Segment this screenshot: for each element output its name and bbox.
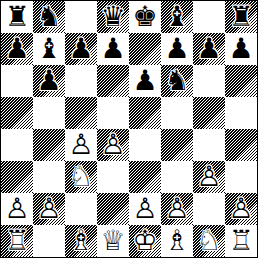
square-f1[interactable]: ♝♗ <box>161 225 193 257</box>
square-a8[interactable]: ♜♜ <box>1 1 33 33</box>
chess-board: ♜♜♞♞♛♛♚♚♝♝♜♜♟♟♝♝♟♟♟♟♟♟♟♟♟♟♟♟♟♟♞♞♟♙♟♙♞♘♟♙… <box>0 0 258 258</box>
white-king-icon: ♚♔ <box>129 225 161 257</box>
square-b4[interactable] <box>33 129 65 161</box>
square-a2[interactable]: ♟♙ <box>1 193 33 225</box>
black-pawn-icon: ♟♟ <box>97 33 129 65</box>
black-pawn-icon: ♟♟ <box>1 33 33 65</box>
square-f5[interactable] <box>161 97 193 129</box>
square-h1[interactable]: ♜♖ <box>225 225 257 257</box>
square-a3[interactable] <box>1 161 33 193</box>
black-bishop-icon: ♝♝ <box>161 1 193 33</box>
square-h7[interactable]: ♟♟ <box>225 33 257 65</box>
white-pawn-icon: ♟♙ <box>65 129 97 161</box>
black-rook-icon: ♜♜ <box>225 1 257 33</box>
square-a5[interactable] <box>1 97 33 129</box>
white-bishop-icon: ♝♗ <box>161 225 193 257</box>
white-pawn-icon: ♟♙ <box>129 193 161 225</box>
black-queen-icon: ♛♛ <box>97 1 129 33</box>
square-e6[interactable]: ♟♟ <box>129 65 161 97</box>
white-knight-icon: ♞♘ <box>193 225 225 257</box>
square-f8[interactable]: ♝♝ <box>161 1 193 33</box>
square-e3[interactable] <box>129 161 161 193</box>
white-pawn-icon: ♟♙ <box>161 193 193 225</box>
white-pawn-icon: ♟♙ <box>1 193 33 225</box>
square-h2[interactable]: ♟♙ <box>225 193 257 225</box>
square-d6[interactable] <box>97 65 129 97</box>
square-d5[interactable] <box>97 97 129 129</box>
square-f4[interactable] <box>161 129 193 161</box>
square-e7[interactable] <box>129 33 161 65</box>
square-d1[interactable]: ♛♕ <box>97 225 129 257</box>
square-c3[interactable]: ♞♘ <box>65 161 97 193</box>
black-pawn-icon: ♟♟ <box>225 33 257 65</box>
square-d3[interactable] <box>97 161 129 193</box>
square-a4[interactable] <box>1 129 33 161</box>
black-pawn-icon: ♟♟ <box>129 65 161 97</box>
square-c5[interactable] <box>65 97 97 129</box>
white-pawn-icon: ♟♙ <box>33 193 65 225</box>
square-g1[interactable]: ♞♘ <box>193 225 225 257</box>
black-pawn-icon: ♟♟ <box>161 33 193 65</box>
square-h8[interactable]: ♜♜ <box>225 1 257 33</box>
square-a7[interactable]: ♟♟ <box>1 33 33 65</box>
square-b5[interactable] <box>33 97 65 129</box>
square-c8[interactable] <box>65 1 97 33</box>
square-b1[interactable] <box>33 225 65 257</box>
square-b3[interactable] <box>33 161 65 193</box>
square-a1[interactable]: ♜♖ <box>1 225 33 257</box>
black-pawn-icon: ♟♟ <box>65 33 97 65</box>
black-king-icon: ♚♚ <box>129 1 161 33</box>
square-d4[interactable]: ♟♙ <box>97 129 129 161</box>
square-g3[interactable]: ♟♙ <box>193 161 225 193</box>
square-c1[interactable]: ♝♗ <box>65 225 97 257</box>
square-c6[interactable] <box>65 65 97 97</box>
square-c2[interactable] <box>65 193 97 225</box>
square-f3[interactable] <box>161 161 193 193</box>
square-b2[interactable]: ♟♙ <box>33 193 65 225</box>
black-bishop-icon: ♝♝ <box>33 33 65 65</box>
square-f7[interactable]: ♟♟ <box>161 33 193 65</box>
square-f6[interactable]: ♞♞ <box>161 65 193 97</box>
square-d7[interactable]: ♟♟ <box>97 33 129 65</box>
white-pawn-icon: ♟♙ <box>225 193 257 225</box>
square-e5[interactable] <box>129 97 161 129</box>
square-e4[interactable] <box>129 129 161 161</box>
square-h6[interactable] <box>225 65 257 97</box>
black-pawn-icon: ♟♟ <box>193 33 225 65</box>
square-e2[interactable]: ♟♙ <box>129 193 161 225</box>
square-b6[interactable]: ♟♟ <box>33 65 65 97</box>
square-h4[interactable] <box>225 129 257 161</box>
square-d8[interactable]: ♛♛ <box>97 1 129 33</box>
square-g2[interactable] <box>193 193 225 225</box>
black-knight-icon: ♞♞ <box>33 1 65 33</box>
square-b7[interactable]: ♝♝ <box>33 33 65 65</box>
black-pawn-icon: ♟♟ <box>33 65 65 97</box>
square-g5[interactable] <box>193 97 225 129</box>
square-g6[interactable] <box>193 65 225 97</box>
square-f2[interactable]: ♟♙ <box>161 193 193 225</box>
square-g7[interactable]: ♟♟ <box>193 33 225 65</box>
white-pawn-icon: ♟♙ <box>193 161 225 193</box>
white-queen-icon: ♛♕ <box>97 225 129 257</box>
square-e1[interactable]: ♚♔ <box>129 225 161 257</box>
white-rook-icon: ♜♖ <box>1 225 33 257</box>
white-knight-icon: ♞♘ <box>65 161 97 193</box>
square-g8[interactable] <box>193 1 225 33</box>
white-pawn-icon: ♟♙ <box>97 129 129 161</box>
square-b8[interactable]: ♞♞ <box>33 1 65 33</box>
square-g4[interactable] <box>193 129 225 161</box>
square-h5[interactable] <box>225 97 257 129</box>
black-knight-icon: ♞♞ <box>161 65 193 97</box>
white-bishop-icon: ♝♗ <box>65 225 97 257</box>
square-h3[interactable] <box>225 161 257 193</box>
square-d2[interactable] <box>97 193 129 225</box>
square-c7[interactable]: ♟♟ <box>65 33 97 65</box>
square-c4[interactable]: ♟♙ <box>65 129 97 161</box>
black-rook-icon: ♜♜ <box>1 1 33 33</box>
square-a6[interactable] <box>1 65 33 97</box>
white-rook-icon: ♜♖ <box>225 225 257 257</box>
square-e8[interactable]: ♚♚ <box>129 1 161 33</box>
